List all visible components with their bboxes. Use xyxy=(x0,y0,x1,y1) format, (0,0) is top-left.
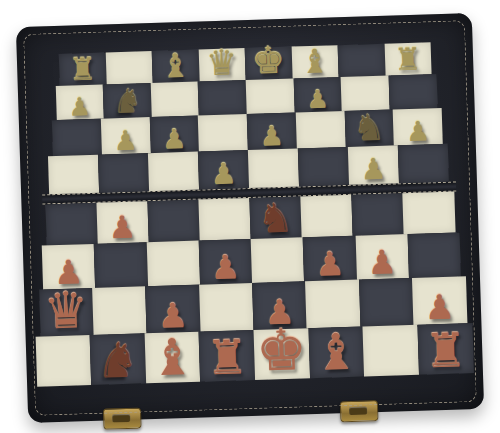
square-a8: ♜ xyxy=(59,52,106,85)
square-h2: ♟ xyxy=(412,276,467,325)
square-e6: ♟ xyxy=(247,113,297,151)
white-pawn-f3: ♟ xyxy=(315,247,346,281)
black-pawn-d5: ♟ xyxy=(210,159,237,189)
white-pawn-d3: ♟ xyxy=(210,250,241,284)
black-knight-g6: ♞ xyxy=(352,110,385,147)
square-g4 xyxy=(352,193,404,236)
white-rook-d1: ♜ xyxy=(205,333,249,381)
square-d4 xyxy=(198,198,250,241)
square-d3: ♟ xyxy=(198,239,252,285)
square-f7: ♟ xyxy=(293,77,342,112)
square-f4 xyxy=(300,195,352,238)
square-b3 xyxy=(94,242,148,288)
square-d5: ♟ xyxy=(198,150,249,190)
square-g7 xyxy=(341,76,390,111)
black-bishop-f8: ♝ xyxy=(300,44,331,78)
black-pawn-c6: ♟ xyxy=(162,125,187,153)
black-pawn-f7: ♟ xyxy=(306,86,329,112)
white-pawn-b4: ♟ xyxy=(108,212,137,244)
square-g6: ♞ xyxy=(344,109,394,147)
square-c1: ♝ xyxy=(144,332,200,384)
leather-chess-box: ♜♝♛♚♝♜♟♞♟♟♟♟♞♟♟♟♟♞♟♟♟♟♛♟♟♟♞♝♜♚♝♜ xyxy=(16,13,484,423)
white-queen-a2: ♛ xyxy=(43,285,89,336)
square-c4 xyxy=(147,200,199,243)
square-b4: ♟ xyxy=(96,201,148,244)
black-knight-b7: ♞ xyxy=(112,84,143,118)
square-c8: ♝ xyxy=(152,50,199,83)
black-king-e8: ♚ xyxy=(251,42,285,80)
square-f3: ♟ xyxy=(303,236,357,282)
square-f8: ♝ xyxy=(291,45,338,78)
square-d7 xyxy=(198,80,247,115)
square-e1: ♚ xyxy=(254,328,310,380)
black-pawn-g5: ♟ xyxy=(360,155,387,185)
square-e5 xyxy=(248,148,299,188)
white-pawn-e2: ♟ xyxy=(264,295,296,330)
square-a5 xyxy=(48,155,99,195)
square-b6: ♟ xyxy=(101,117,151,155)
square-g5: ♟ xyxy=(348,145,399,185)
black-rook-h8: ♜ xyxy=(393,44,422,76)
chess-board: ♜♝♛♚♝♜♟♞♟♟♟♟♞♟♟♟♟♞♟♟♟♟♛♟♟♟♞♝♜♚♝♜ xyxy=(17,41,483,387)
square-a2: ♛ xyxy=(39,288,94,337)
square-b1: ♞ xyxy=(90,333,146,385)
square-f5 xyxy=(298,147,349,187)
square-g3: ♟ xyxy=(355,234,409,280)
square-h4 xyxy=(403,192,455,235)
black-rook-a8: ♜ xyxy=(68,54,97,86)
square-d2 xyxy=(199,283,254,332)
black-pawn-e6: ♟ xyxy=(259,122,284,150)
black-pawn-b6: ♟ xyxy=(113,126,138,154)
black-queen-d8: ♛ xyxy=(206,45,238,81)
square-d1: ♜ xyxy=(199,330,255,382)
square-e3 xyxy=(251,237,305,283)
white-king-e1: ♚ xyxy=(255,321,308,380)
white-bishop-c1: ♝ xyxy=(149,332,195,383)
square-a6 xyxy=(52,119,102,157)
black-pawn-h6: ♟ xyxy=(405,117,430,145)
square-c2: ♟ xyxy=(145,285,200,334)
square-c7 xyxy=(150,82,199,117)
square-c5 xyxy=(148,152,199,192)
square-d8: ♛ xyxy=(198,48,245,81)
square-a1 xyxy=(35,335,91,387)
square-c3 xyxy=(146,241,200,287)
white-knight-b1: ♞ xyxy=(96,336,141,385)
square-c6: ♟ xyxy=(149,116,199,154)
square-f6 xyxy=(295,111,345,149)
square-g8 xyxy=(338,44,385,77)
square-b2 xyxy=(92,286,147,335)
square-e8: ♚ xyxy=(245,47,292,80)
white-pawn-g3: ♟ xyxy=(367,245,398,279)
square-h8: ♜ xyxy=(384,42,431,75)
square-e4: ♞ xyxy=(249,196,301,239)
white-pawn-c2: ♟ xyxy=(157,298,189,333)
white-pawn-a3: ♟ xyxy=(53,255,84,289)
square-e7 xyxy=(246,79,295,114)
white-knight-e4: ♞ xyxy=(257,198,294,239)
white-rook-h1: ♜ xyxy=(424,326,468,374)
square-f1: ♝ xyxy=(308,327,364,379)
square-e2: ♟ xyxy=(252,281,307,330)
square-a4 xyxy=(45,203,97,246)
square-g2 xyxy=(359,278,414,327)
square-f2 xyxy=(305,280,360,329)
square-a3: ♟ xyxy=(42,244,96,290)
square-h3 xyxy=(407,232,461,278)
square-h5 xyxy=(398,144,449,184)
square-d6 xyxy=(198,114,248,152)
square-h6: ♟ xyxy=(393,108,443,146)
front-clasp-left xyxy=(103,408,142,430)
square-a7: ♟ xyxy=(55,85,104,120)
white-pawn-h2: ♟ xyxy=(424,290,456,325)
front-clasp-right xyxy=(340,400,379,422)
square-h1: ♜ xyxy=(417,323,473,375)
square-b8 xyxy=(105,51,152,84)
square-g1 xyxy=(363,325,419,377)
black-bishop-c8: ♝ xyxy=(160,49,191,83)
square-b7: ♞ xyxy=(103,83,152,118)
black-pawn-a7: ♟ xyxy=(68,94,91,120)
product-photo-chess-set: ♜♝♛♚♝♜♟♞♟♟♟♟♞♟♟♟♟♞♟♟♟♟♛♟♟♟♞♝♜♚♝♜ xyxy=(0,0,500,433)
square-b5 xyxy=(98,153,149,193)
white-bishop-f1: ♝ xyxy=(313,327,359,378)
square-h7 xyxy=(388,74,437,109)
